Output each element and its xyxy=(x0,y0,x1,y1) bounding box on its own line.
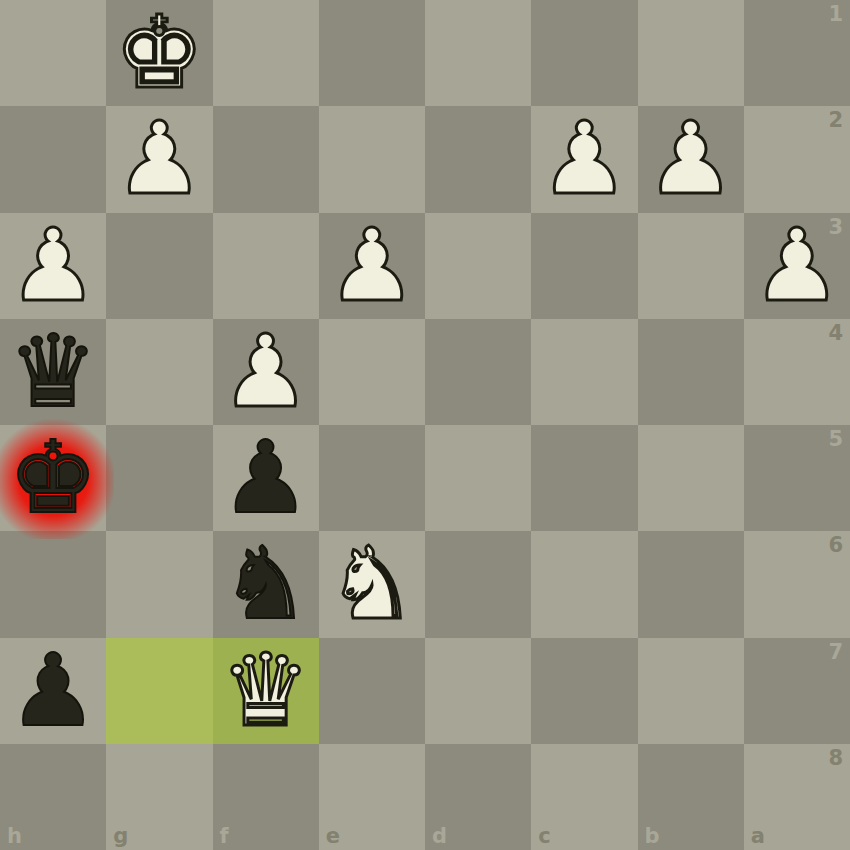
square-a1[interactable]: 1 xyxy=(744,0,850,106)
square-h8[interactable]: h xyxy=(0,744,106,850)
file-label-h: h xyxy=(7,824,22,848)
square-e2[interactable] xyxy=(319,106,425,212)
square-c8[interactable]: c xyxy=(531,744,637,850)
file-label-b: b xyxy=(645,824,660,848)
piece-white-knight[interactable]: ♞ xyxy=(319,531,425,637)
file-label-c: c xyxy=(538,824,550,848)
rank-label-6: 6 xyxy=(828,533,843,557)
square-g8[interactable]: g xyxy=(106,744,212,850)
square-h5[interactable]: ♚ xyxy=(0,425,106,531)
rank-label-1: 1 xyxy=(828,2,843,26)
square-g7[interactable] xyxy=(106,638,212,744)
piece-white-pawn[interactable]: ♟ xyxy=(213,319,319,425)
square-a2[interactable]: 2 xyxy=(744,106,850,212)
piece-black-pawn[interactable]: ♟ xyxy=(0,638,106,744)
square-d8[interactable]: d xyxy=(425,744,531,850)
square-d4[interactable] xyxy=(425,319,531,425)
square-c1[interactable] xyxy=(531,0,637,106)
piece-black-queen[interactable]: ♛ xyxy=(0,319,106,425)
square-a3[interactable]: 3♟ xyxy=(744,213,850,319)
square-h1[interactable] xyxy=(0,0,106,106)
square-b5[interactable] xyxy=(638,425,744,531)
piece-white-pawn[interactable]: ♟ xyxy=(638,106,744,212)
square-d6[interactable] xyxy=(425,531,531,637)
square-a7[interactable]: 7 xyxy=(744,638,850,744)
file-label-g: g xyxy=(113,824,128,848)
square-d7[interactable] xyxy=(425,638,531,744)
square-b2[interactable]: ♟ xyxy=(638,106,744,212)
piece-white-queen[interactable]: ♛ xyxy=(213,638,319,744)
piece-white-pawn[interactable]: ♟ xyxy=(0,213,106,319)
piece-white-king[interactable]: ♚ xyxy=(106,0,212,106)
piece-black-pawn[interactable]: ♟ xyxy=(213,425,319,531)
square-d5[interactable] xyxy=(425,425,531,531)
square-b3[interactable] xyxy=(638,213,744,319)
piece-white-pawn[interactable]: ♟ xyxy=(531,106,637,212)
square-g2[interactable]: ♟ xyxy=(106,106,212,212)
square-b6[interactable] xyxy=(638,531,744,637)
rank-label-8: 8 xyxy=(828,746,843,770)
square-e7[interactable] xyxy=(319,638,425,744)
square-c7[interactable] xyxy=(531,638,637,744)
square-f8[interactable]: f xyxy=(213,744,319,850)
square-h3[interactable]: ♟ xyxy=(0,213,106,319)
square-g6[interactable] xyxy=(106,531,212,637)
piece-white-pawn[interactable]: ♟ xyxy=(106,106,212,212)
square-c5[interactable] xyxy=(531,425,637,531)
piece-black-king[interactable]: ♚ xyxy=(0,425,106,531)
square-c4[interactable] xyxy=(531,319,637,425)
square-a8[interactable]: a8 xyxy=(744,744,850,850)
rank-label-7: 7 xyxy=(828,640,843,664)
square-f4[interactable]: ♟ xyxy=(213,319,319,425)
square-d3[interactable] xyxy=(425,213,531,319)
square-c3[interactable] xyxy=(531,213,637,319)
file-label-f: f xyxy=(220,824,229,848)
square-f1[interactable] xyxy=(213,0,319,106)
piece-white-pawn[interactable]: ♟ xyxy=(744,213,850,319)
square-b8[interactable]: b xyxy=(638,744,744,850)
square-f5[interactable]: ♟ xyxy=(213,425,319,531)
square-e4[interactable] xyxy=(319,319,425,425)
square-d1[interactable] xyxy=(425,0,531,106)
square-e1[interactable] xyxy=(319,0,425,106)
piece-white-pawn[interactable]: ♟ xyxy=(319,213,425,319)
square-h6[interactable] xyxy=(0,531,106,637)
rank-label-2: 2 xyxy=(828,108,843,132)
square-e6[interactable]: ♞ xyxy=(319,531,425,637)
chess-board: ♚1♟♟♟2♟♟3♟♛♟4♚♟5♞♞6♟♛7hgfedcba8 xyxy=(0,0,850,850)
square-b4[interactable] xyxy=(638,319,744,425)
piece-black-knight[interactable]: ♞ xyxy=(213,531,319,637)
square-g3[interactable] xyxy=(106,213,212,319)
square-g5[interactable] xyxy=(106,425,212,531)
file-label-d: d xyxy=(432,824,447,848)
square-h4[interactable]: ♛ xyxy=(0,319,106,425)
square-b7[interactable] xyxy=(638,638,744,744)
square-f2[interactable] xyxy=(213,106,319,212)
rank-label-4: 4 xyxy=(828,321,843,345)
file-label-a: a xyxy=(751,824,765,848)
square-a6[interactable]: 6 xyxy=(744,531,850,637)
square-a5[interactable]: 5 xyxy=(744,425,850,531)
square-b1[interactable] xyxy=(638,0,744,106)
square-c2[interactable]: ♟ xyxy=(531,106,637,212)
square-h2[interactable] xyxy=(0,106,106,212)
square-f3[interactable] xyxy=(213,213,319,319)
square-f6[interactable]: ♞ xyxy=(213,531,319,637)
file-label-e: e xyxy=(326,824,340,848)
square-d2[interactable] xyxy=(425,106,531,212)
rank-label-5: 5 xyxy=(828,427,843,451)
square-g4[interactable] xyxy=(106,319,212,425)
square-e3[interactable]: ♟ xyxy=(319,213,425,319)
square-a4[interactable]: 4 xyxy=(744,319,850,425)
square-f7[interactable]: ♛ xyxy=(213,638,319,744)
square-c6[interactable] xyxy=(531,531,637,637)
square-e5[interactable] xyxy=(319,425,425,531)
square-g1[interactable]: ♚ xyxy=(106,0,212,106)
square-e8[interactable]: e xyxy=(319,744,425,850)
square-h7[interactable]: ♟ xyxy=(0,638,106,744)
